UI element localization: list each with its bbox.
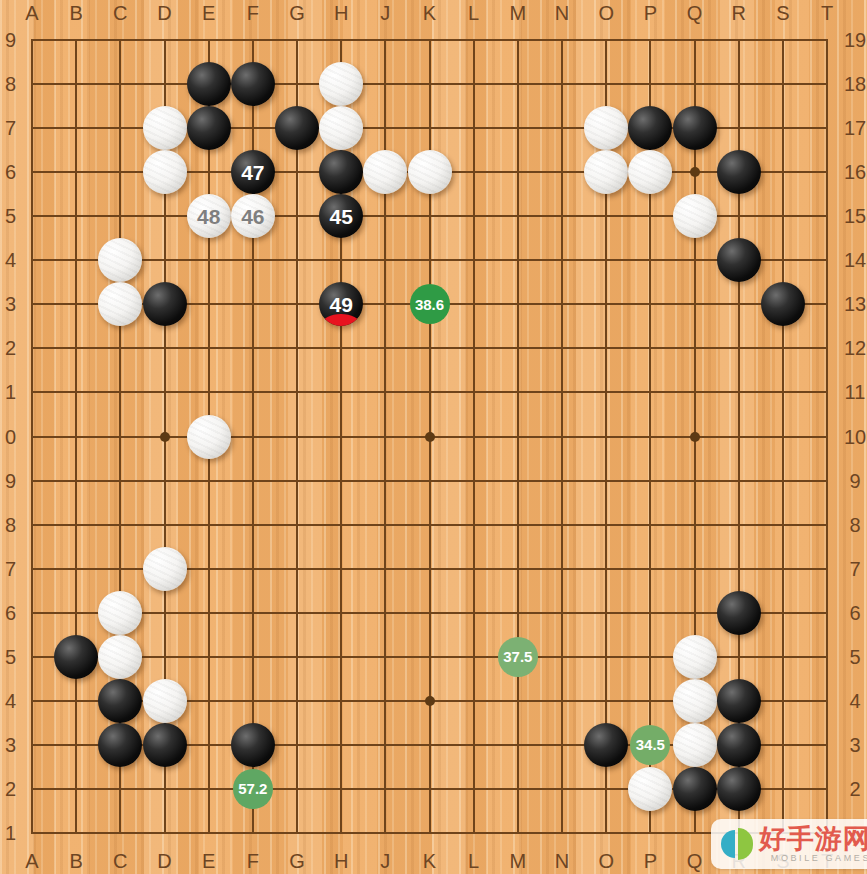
coord-label-left: 5 bbox=[0, 205, 21, 227]
last-move-marker bbox=[322, 314, 360, 326]
move-number: 48 bbox=[197, 206, 220, 227]
coord-label-left: 0 bbox=[0, 426, 21, 448]
watermark-text: 好手游网 MOBILE GAMES bbox=[759, 825, 867, 863]
coord-label-top: L bbox=[459, 2, 489, 24]
coord-label-right: 12 bbox=[839, 337, 867, 359]
coord-label-right: 15 bbox=[839, 205, 867, 227]
grid-vline bbox=[826, 39, 828, 834]
coord-label-bottom: E bbox=[194, 850, 224, 872]
stone-black bbox=[54, 635, 98, 679]
hoshi-point bbox=[160, 432, 170, 442]
stone-black bbox=[231, 62, 275, 106]
watermark-title: 好手游网 bbox=[759, 825, 867, 853]
stone-white bbox=[628, 767, 672, 811]
coord-label-left: 7 bbox=[0, 558, 21, 580]
coord-label-bottom: Q bbox=[680, 850, 710, 872]
coord-label-right: 13 bbox=[839, 293, 867, 315]
coord-label-left: 6 bbox=[0, 161, 21, 183]
stone-black bbox=[98, 679, 142, 723]
coord-label-top: K bbox=[415, 2, 445, 24]
grid-vline bbox=[473, 39, 475, 834]
coord-label-top: J bbox=[370, 2, 400, 24]
hoshi-point bbox=[425, 432, 435, 442]
logo-left-shape bbox=[721, 830, 735, 858]
coord-label-left: 4 bbox=[0, 690, 21, 712]
move-number: 49 bbox=[329, 294, 352, 315]
coord-label-right: 19 bbox=[839, 29, 867, 51]
grid-hline bbox=[31, 612, 828, 614]
move-number: 46 bbox=[241, 206, 264, 227]
coord-label-left: 8 bbox=[0, 514, 21, 536]
stone-white bbox=[584, 150, 628, 194]
suggestion-circle[interactable]: 37.5 bbox=[498, 637, 538, 677]
coord-label-left: 7 bbox=[0, 117, 21, 139]
coord-label-top: R bbox=[724, 2, 754, 24]
coord-label-right: 11 bbox=[839, 381, 867, 403]
coord-label-bottom: N bbox=[547, 850, 577, 872]
stone-white bbox=[673, 194, 717, 238]
stone-white bbox=[319, 106, 363, 150]
grid-vline bbox=[517, 39, 519, 834]
stone-black bbox=[275, 106, 319, 150]
stone-white bbox=[98, 591, 142, 635]
stone-black bbox=[187, 62, 231, 106]
coord-label-left: 4 bbox=[0, 249, 21, 271]
stone-white: 48 bbox=[187, 194, 231, 238]
coord-label-top: G bbox=[282, 2, 312, 24]
stone-white bbox=[673, 723, 717, 767]
stone-black bbox=[673, 767, 717, 811]
stone-black bbox=[143, 282, 187, 326]
stone-black bbox=[717, 150, 761, 194]
coord-label-right: 9 bbox=[839, 470, 867, 492]
coord-label-top: A bbox=[17, 2, 47, 24]
stone-black bbox=[717, 591, 761, 635]
coord-label-top: D bbox=[150, 2, 180, 24]
stone-white bbox=[143, 106, 187, 150]
grid-vline bbox=[561, 39, 563, 834]
stone-white: 46 bbox=[231, 194, 275, 238]
move-number: 47 bbox=[241, 162, 264, 183]
coord-label-right: 5 bbox=[839, 646, 867, 668]
coord-label-right: 17 bbox=[839, 117, 867, 139]
coord-label-left: 9 bbox=[0, 29, 21, 51]
coord-label-bottom: F bbox=[238, 850, 268, 872]
coord-label-top: O bbox=[591, 2, 621, 24]
coord-label-bottom: C bbox=[105, 850, 135, 872]
stone-black bbox=[717, 679, 761, 723]
coord-label-bottom: M bbox=[503, 850, 533, 872]
stone-white bbox=[673, 679, 717, 723]
grid-hline bbox=[31, 524, 828, 526]
coord-label-top: H bbox=[326, 2, 356, 24]
stone-white bbox=[98, 282, 142, 326]
stone-black bbox=[187, 106, 231, 150]
coord-label-bottom: L bbox=[459, 850, 489, 872]
coord-label-left: 3 bbox=[0, 293, 21, 315]
stone-black bbox=[761, 282, 805, 326]
stone-white bbox=[584, 106, 628, 150]
suggestion-circle[interactable]: 38.6 bbox=[410, 284, 450, 324]
hoshi-point bbox=[690, 167, 700, 177]
stone-white bbox=[98, 238, 142, 282]
coord-label-right: 10 bbox=[839, 426, 867, 448]
coord-label-top: C bbox=[105, 2, 135, 24]
coord-label-top: B bbox=[61, 2, 91, 24]
coord-label-bottom: P bbox=[635, 850, 665, 872]
stone-white bbox=[143, 547, 187, 591]
stone-white bbox=[363, 150, 407, 194]
watermark-logo-icon bbox=[720, 827, 754, 861]
grid-hline bbox=[31, 480, 828, 482]
coord-label-bottom: O bbox=[591, 850, 621, 872]
stone-white bbox=[408, 150, 452, 194]
coord-label-bottom: D bbox=[150, 850, 180, 872]
coord-label-top: Q bbox=[680, 2, 710, 24]
coord-label-left: 8 bbox=[0, 73, 21, 95]
stone-black bbox=[143, 723, 187, 767]
coord-label-right: 16 bbox=[839, 161, 867, 183]
logo-right-shape bbox=[738, 828, 753, 860]
stone-white bbox=[628, 150, 672, 194]
suggestion-circle[interactable]: 34.5 bbox=[630, 725, 670, 765]
coord-label-bottom: J bbox=[370, 850, 400, 872]
coord-label-left: 3 bbox=[0, 734, 21, 756]
coord-label-bottom: G bbox=[282, 850, 312, 872]
stone-white bbox=[143, 679, 187, 723]
hoshi-point bbox=[690, 432, 700, 442]
stone-black bbox=[717, 723, 761, 767]
stone-white bbox=[673, 635, 717, 679]
coord-label-left: 1 bbox=[0, 822, 21, 844]
go-app-screen: AABBCCDDEEFFGGHHJJKKLLMMNNOOPPQQRRSSTT91… bbox=[0, 0, 867, 874]
grid-vline bbox=[782, 39, 784, 834]
stone-black: 47 bbox=[231, 150, 275, 194]
stone-white bbox=[187, 415, 231, 459]
stone-black: 45 bbox=[319, 194, 363, 238]
coord-label-left: 9 bbox=[0, 470, 21, 492]
hoshi-point bbox=[425, 696, 435, 706]
go-board[interactable]: AABBCCDDEEFFGGHHJJKKLLMMNNOOPPQQRRSSTT91… bbox=[0, 0, 867, 874]
stone-white bbox=[98, 635, 142, 679]
coord-label-left: 2 bbox=[0, 778, 21, 800]
stone-black bbox=[717, 767, 761, 811]
stone-black bbox=[673, 106, 717, 150]
stone-white bbox=[143, 150, 187, 194]
coord-label-right: 4 bbox=[839, 690, 867, 712]
grid-hline bbox=[31, 832, 828, 834]
stone-black bbox=[231, 723, 275, 767]
coord-label-top: S bbox=[768, 2, 798, 24]
coord-label-top: E bbox=[194, 2, 224, 24]
coord-label-bottom: A bbox=[17, 850, 47, 872]
coord-label-left: 5 bbox=[0, 646, 21, 668]
coord-label-right: 6 bbox=[839, 602, 867, 624]
coord-label-top: P bbox=[635, 2, 665, 24]
stone-black: 49 bbox=[319, 282, 363, 326]
coord-label-top: T bbox=[812, 2, 842, 24]
stone-black bbox=[628, 106, 672, 150]
coord-label-bottom: H bbox=[326, 850, 356, 872]
coord-label-bottom: K bbox=[415, 850, 445, 872]
coord-label-left: 2 bbox=[0, 337, 21, 359]
move-number: 45 bbox=[329, 206, 352, 227]
coord-label-left: 6 bbox=[0, 602, 21, 624]
stone-black bbox=[319, 150, 363, 194]
stone-black bbox=[98, 723, 142, 767]
coord-label-right: 18 bbox=[839, 73, 867, 95]
coord-label-right: 2 bbox=[839, 778, 867, 800]
watermark-subtitle: MOBILE GAMES bbox=[771, 853, 867, 863]
stone-black bbox=[584, 723, 628, 767]
coord-label-bottom: B bbox=[61, 850, 91, 872]
coord-label-right: 7 bbox=[839, 558, 867, 580]
coord-label-top: M bbox=[503, 2, 533, 24]
stone-white bbox=[319, 62, 363, 106]
coord-label-top: N bbox=[547, 2, 577, 24]
coord-label-top: F bbox=[238, 2, 268, 24]
coord-label-right: 14 bbox=[839, 249, 867, 271]
stone-black bbox=[717, 238, 761, 282]
coord-label-right: 3 bbox=[839, 734, 867, 756]
coord-label-left: 1 bbox=[0, 381, 21, 403]
coord-label-right: 8 bbox=[839, 514, 867, 536]
watermark-banner: 好手游网 MOBILE GAMES bbox=[711, 819, 867, 869]
suggestion-circle[interactable]: 57.2 bbox=[233, 769, 273, 809]
